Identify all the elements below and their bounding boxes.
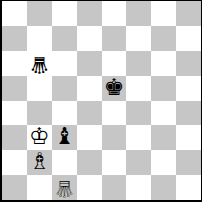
square-f5[interactable] (126, 76, 151, 101)
square-a4[interactable] (2, 101, 27, 126)
square-c1[interactable]: ♕ (52, 175, 77, 200)
piece-white-king: ♔ (29, 125, 50, 148)
square-f2[interactable] (126, 150, 151, 175)
square-f7[interactable] (126, 26, 151, 51)
square-d1[interactable] (77, 175, 102, 200)
square-b8[interactable] (27, 1, 52, 26)
square-c8[interactable] (52, 1, 77, 26)
square-d5[interactable] (77, 76, 102, 101)
piece-black-king: ♚ (104, 76, 125, 99)
square-d7[interactable] (77, 26, 102, 51)
square-c7[interactable] (52, 26, 77, 51)
square-f8[interactable] (126, 1, 151, 26)
square-d3[interactable] (77, 125, 102, 150)
square-e3[interactable] (102, 125, 127, 150)
square-f1[interactable] (126, 175, 151, 200)
piece-white-grasshopper: ♕ (54, 177, 75, 200)
piece-white-bishop: ♗ (29, 150, 50, 173)
square-h1[interactable] (176, 175, 201, 200)
square-h8[interactable] (176, 1, 201, 26)
square-a5[interactable] (2, 76, 27, 101)
square-b6[interactable]: ♛ (27, 51, 52, 76)
square-g8[interactable] (151, 1, 176, 26)
square-e1[interactable] (102, 175, 127, 200)
square-h2[interactable] (176, 150, 201, 175)
square-g4[interactable] (151, 101, 176, 126)
square-e7[interactable] (102, 26, 127, 51)
square-g6[interactable] (151, 51, 176, 76)
square-g2[interactable] (151, 150, 176, 175)
chess-board: ♛♚♔♝♗♕ (0, 0, 202, 202)
square-d8[interactable] (77, 1, 102, 26)
square-d2[interactable] (77, 150, 102, 175)
square-b4[interactable] (27, 101, 52, 126)
square-c4[interactable] (52, 101, 77, 126)
square-c3[interactable]: ♝ (52, 125, 77, 150)
square-g3[interactable] (151, 125, 176, 150)
square-a8[interactable] (2, 1, 27, 26)
square-a1[interactable] (2, 175, 27, 200)
square-e2[interactable] (102, 150, 127, 175)
square-h6[interactable] (176, 51, 201, 76)
square-h3[interactable] (176, 125, 201, 150)
square-a2[interactable] (2, 150, 27, 175)
piece-black-grasshopper: ♛ (29, 53, 50, 76)
piece-black-bishop: ♝ (54, 125, 75, 148)
square-h4[interactable] (176, 101, 201, 126)
square-d4[interactable] (77, 101, 102, 126)
square-e5[interactable]: ♚ (102, 76, 127, 101)
square-b3[interactable]: ♔ (27, 125, 52, 150)
square-e6[interactable] (102, 51, 127, 76)
square-h7[interactable] (176, 26, 201, 51)
square-g5[interactable] (151, 76, 176, 101)
square-b1[interactable] (27, 175, 52, 200)
square-b7[interactable] (27, 26, 52, 51)
square-g1[interactable] (151, 175, 176, 200)
square-g7[interactable] (151, 26, 176, 51)
square-c2[interactable] (52, 150, 77, 175)
square-f4[interactable] (126, 101, 151, 126)
square-f6[interactable] (126, 51, 151, 76)
square-d6[interactable] (77, 51, 102, 76)
square-c6[interactable] (52, 51, 77, 76)
square-b2[interactable]: ♗ (27, 150, 52, 175)
square-a3[interactable] (2, 125, 27, 150)
square-e4[interactable] (102, 101, 127, 126)
square-a7[interactable] (2, 26, 27, 51)
square-a6[interactable] (2, 51, 27, 76)
square-f3[interactable] (126, 125, 151, 150)
square-e8[interactable] (102, 1, 127, 26)
square-b5[interactable] (27, 76, 52, 101)
square-c5[interactable] (52, 76, 77, 101)
chess-problem-diagram: ♛♚♔♝♗♕ (0, 0, 202, 202)
square-h5[interactable] (176, 76, 201, 101)
